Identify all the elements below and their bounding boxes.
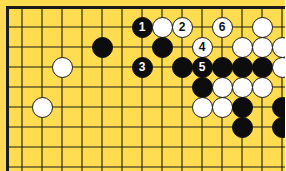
stone-white[interactable]: [232, 77, 253, 98]
numbered-stone-6[interactable]: 6: [212, 17, 233, 38]
go-board-diagram[interactable]: 126435: [0, 0, 285, 171]
stone-white[interactable]: [192, 97, 213, 118]
stone-white[interactable]: [252, 17, 273, 38]
numbered-stone-1[interactable]: 1: [132, 17, 153, 38]
stone-white[interactable]: [252, 37, 273, 58]
numbered-stone-2[interactable]: 2: [172, 17, 193, 38]
numbered-stone-4[interactable]: 4: [192, 37, 213, 58]
numbered-stone-3[interactable]: 3: [132, 57, 153, 78]
stone-black[interactable]: [232, 57, 253, 78]
stone-white[interactable]: [232, 37, 253, 58]
stone-black[interactable]: [232, 117, 253, 138]
numbered-stone-5[interactable]: 5: [192, 57, 213, 78]
stone-black[interactable]: [212, 57, 233, 78]
stone-black[interactable]: [152, 37, 173, 58]
stone-white[interactable]: [52, 57, 73, 78]
stone-black[interactable]: [252, 57, 273, 78]
stone-white[interactable]: [252, 77, 273, 98]
stone-white[interactable]: [212, 77, 233, 98]
stone-white[interactable]: [272, 57, 286, 78]
stone-black[interactable]: [192, 77, 213, 98]
stone-white[interactable]: [32, 97, 53, 118]
stone-black[interactable]: [92, 37, 113, 58]
stone-white[interactable]: [272, 37, 286, 58]
stone-white[interactable]: [212, 97, 233, 118]
stone-black[interactable]: [232, 97, 253, 118]
stone-black[interactable]: [272, 117, 286, 138]
stone-white[interactable]: [152, 17, 173, 38]
stone-black[interactable]: [172, 57, 193, 78]
go-board[interactable]: 126435: [12, 0, 285, 171]
stone-black[interactable]: [272, 97, 286, 118]
